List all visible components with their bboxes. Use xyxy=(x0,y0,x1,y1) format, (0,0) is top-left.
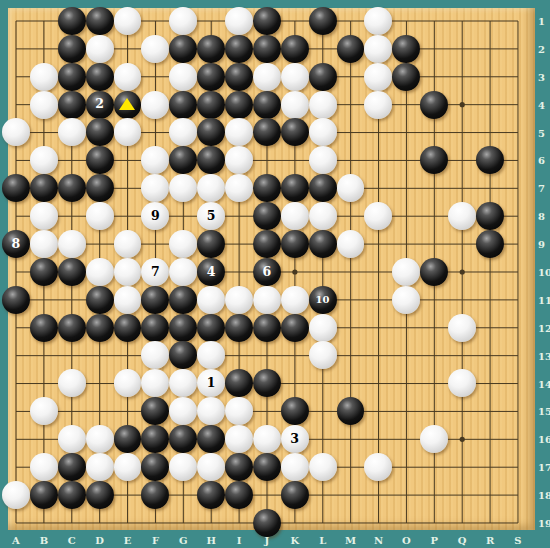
intersection-Q7[interactable] xyxy=(448,174,476,202)
intersection-N1[interactable] xyxy=(364,7,392,35)
intersection-O19[interactable] xyxy=(392,509,420,537)
intersection-H8[interactable]: 5 xyxy=(197,202,225,230)
black-stone[interactable] xyxy=(169,425,197,453)
intersection-S3[interactable] xyxy=(504,63,532,91)
black-stone[interactable] xyxy=(253,369,281,397)
white-stone[interactable] xyxy=(364,7,392,35)
intersection-P16[interactable] xyxy=(420,425,448,453)
white-stone[interactable] xyxy=(197,453,225,481)
black-stone[interactable] xyxy=(281,481,309,509)
intersection-L9[interactable] xyxy=(309,230,337,258)
intersection-F12[interactable] xyxy=(141,314,169,342)
intersection-M15[interactable] xyxy=(337,397,365,425)
intersection-F19[interactable] xyxy=(141,509,169,537)
white-stone[interactable] xyxy=(169,7,197,35)
intersection-M10[interactable] xyxy=(337,258,365,286)
intersection-G18[interactable] xyxy=(169,481,197,509)
white-stone[interactable] xyxy=(141,91,169,119)
intersection-A1[interactable] xyxy=(2,7,30,35)
white-stone[interactable] xyxy=(86,425,114,453)
intersection-O14[interactable] xyxy=(392,369,420,397)
black-stone[interactable] xyxy=(281,314,309,342)
intersection-A11[interactable] xyxy=(2,286,30,314)
black-stone[interactable] xyxy=(30,481,58,509)
intersection-K1[interactable] xyxy=(281,7,309,35)
intersection-K10[interactable] xyxy=(281,258,309,286)
intersection-F10[interactable]: 7 xyxy=(141,258,169,286)
white-stone[interactable] xyxy=(169,397,197,425)
intersection-O17[interactable] xyxy=(392,453,420,481)
white-stone[interactable] xyxy=(2,118,30,146)
black-stone[interactable] xyxy=(114,425,142,453)
intersection-I19[interactable] xyxy=(225,509,253,537)
intersection-K5[interactable] xyxy=(281,119,309,147)
intersection-S13[interactable] xyxy=(504,342,532,370)
black-stone[interactable]: 8 xyxy=(2,230,30,258)
intersection-G14[interactable] xyxy=(169,369,197,397)
intersection-H12[interactable] xyxy=(197,314,225,342)
intersection-P3[interactable] xyxy=(420,63,448,91)
black-stone[interactable] xyxy=(309,7,337,35)
intersection-O13[interactable] xyxy=(392,342,420,370)
intersection-J16[interactable] xyxy=(253,425,281,453)
black-stone[interactable] xyxy=(225,369,253,397)
black-stone[interactable] xyxy=(58,35,86,63)
intersection-P4[interactable] xyxy=(420,91,448,119)
white-stone[interactable] xyxy=(58,118,86,146)
intersection-I17[interactable] xyxy=(225,453,253,481)
white-stone[interactable] xyxy=(114,7,142,35)
intersection-M17[interactable] xyxy=(337,453,365,481)
intersection-J4[interactable] xyxy=(253,91,281,119)
white-stone[interactable] xyxy=(309,118,337,146)
intersection-O9[interactable] xyxy=(392,230,420,258)
white-stone[interactable] xyxy=(197,397,225,425)
intersection-N16[interactable] xyxy=(364,425,392,453)
intersection-S1[interactable] xyxy=(504,7,532,35)
intersection-S15[interactable] xyxy=(504,397,532,425)
intersection-C1[interactable] xyxy=(58,7,86,35)
intersection-R12[interactable] xyxy=(476,314,504,342)
black-stone[interactable]: 2 xyxy=(86,91,114,119)
intersection-R13[interactable] xyxy=(476,342,504,370)
intersection-M6[interactable] xyxy=(337,146,365,174)
white-stone[interactable] xyxy=(169,230,197,258)
intersection-Q6[interactable] xyxy=(448,146,476,174)
intersection-P9[interactable] xyxy=(420,230,448,258)
black-stone[interactable] xyxy=(141,286,169,314)
black-stone[interactable] xyxy=(225,481,253,509)
intersection-O8[interactable] xyxy=(392,202,420,230)
black-stone[interactable] xyxy=(86,7,114,35)
intersection-N18[interactable] xyxy=(364,481,392,509)
intersection-H4[interactable] xyxy=(197,91,225,119)
intersection-N8[interactable] xyxy=(364,202,392,230)
black-stone[interactable] xyxy=(392,35,420,63)
intersection-L19[interactable] xyxy=(309,509,337,537)
intersection-Q15[interactable] xyxy=(448,397,476,425)
black-stone[interactable] xyxy=(197,91,225,119)
intersection-O4[interactable] xyxy=(392,91,420,119)
white-stone[interactable] xyxy=(141,369,169,397)
black-stone[interactable] xyxy=(225,314,253,342)
intersection-Q4[interactable] xyxy=(448,91,476,119)
intersection-M9[interactable] xyxy=(337,230,365,258)
black-stone[interactable] xyxy=(169,35,197,63)
intersection-D19[interactable] xyxy=(86,509,114,537)
intersection-G15[interactable] xyxy=(169,397,197,425)
intersection-L17[interactable] xyxy=(309,453,337,481)
intersection-O5[interactable] xyxy=(392,119,420,147)
intersection-J9[interactable] xyxy=(253,230,281,258)
intersection-J10[interactable]: 6 xyxy=(253,258,281,286)
black-stone[interactable] xyxy=(30,258,58,286)
black-stone[interactable] xyxy=(309,63,337,91)
intersection-A10[interactable] xyxy=(2,258,30,286)
intersection-N14[interactable] xyxy=(364,369,392,397)
intersection-R4[interactable] xyxy=(476,91,504,119)
intersection-H6[interactable] xyxy=(197,146,225,174)
white-stone[interactable] xyxy=(141,35,169,63)
intersection-E4[interactable] xyxy=(114,91,142,119)
intersection-M11[interactable] xyxy=(337,286,365,314)
white-stone[interactable] xyxy=(30,453,58,481)
intersection-A12[interactable] xyxy=(2,314,30,342)
intersection-J13[interactable] xyxy=(253,342,281,370)
intersection-I6[interactable] xyxy=(225,146,253,174)
intersection-J12[interactable] xyxy=(253,314,281,342)
white-stone[interactable] xyxy=(114,118,142,146)
black-stone[interactable] xyxy=(253,35,281,63)
black-stone[interactable] xyxy=(281,118,309,146)
intersection-I8[interactable] xyxy=(225,202,253,230)
intersection-S12[interactable] xyxy=(504,314,532,342)
intersection-E6[interactable] xyxy=(114,146,142,174)
intersection-C5[interactable] xyxy=(58,119,86,147)
intersection-C15[interactable] xyxy=(58,397,86,425)
intersection-A13[interactable] xyxy=(2,342,30,370)
black-stone[interactable] xyxy=(253,202,281,230)
intersection-R11[interactable] xyxy=(476,286,504,314)
intersection-P7[interactable] xyxy=(420,174,448,202)
intersection-Q17[interactable] xyxy=(448,453,476,481)
intersection-P18[interactable] xyxy=(420,481,448,509)
intersection-B2[interactable] xyxy=(30,35,58,63)
intersection-O3[interactable] xyxy=(392,63,420,91)
intersection-H17[interactable] xyxy=(197,453,225,481)
white-stone[interactable] xyxy=(448,314,476,342)
intersection-N3[interactable] xyxy=(364,63,392,91)
intersection-N4[interactable] xyxy=(364,91,392,119)
intersection-O16[interactable] xyxy=(392,425,420,453)
intersection-M2[interactable] xyxy=(337,35,365,63)
intersection-S17[interactable] xyxy=(504,453,532,481)
intersection-R10[interactable] xyxy=(476,258,504,286)
intersection-A14[interactable] xyxy=(2,369,30,397)
black-stone[interactable] xyxy=(420,146,448,174)
intersection-I1[interactable] xyxy=(225,7,253,35)
intersection-M14[interactable] xyxy=(337,369,365,397)
intersection-E9[interactable] xyxy=(114,230,142,258)
intersection-G12[interactable] xyxy=(169,314,197,342)
intersection-L5[interactable] xyxy=(309,119,337,147)
intersection-F3[interactable] xyxy=(141,63,169,91)
intersection-K19[interactable] xyxy=(281,509,309,537)
intersection-H9[interactable] xyxy=(197,230,225,258)
intersection-I4[interactable] xyxy=(225,91,253,119)
intersection-R6[interactable] xyxy=(476,146,504,174)
black-stone[interactable] xyxy=(253,118,281,146)
intersection-M4[interactable] xyxy=(337,91,365,119)
intersection-G2[interactable] xyxy=(169,35,197,63)
black-stone[interactable] xyxy=(141,425,169,453)
intersection-N6[interactable] xyxy=(364,146,392,174)
intersection-I10[interactable] xyxy=(225,258,253,286)
intersection-H14[interactable]: 1 xyxy=(197,369,225,397)
intersection-F1[interactable] xyxy=(141,7,169,35)
intersection-R2[interactable] xyxy=(476,35,504,63)
intersection-O18[interactable] xyxy=(392,481,420,509)
white-stone[interactable] xyxy=(30,63,58,91)
intersection-Q10[interactable] xyxy=(448,258,476,286)
intersection-F11[interactable] xyxy=(141,286,169,314)
white-stone[interactable] xyxy=(225,286,253,314)
intersection-G5[interactable] xyxy=(169,119,197,147)
white-stone[interactable] xyxy=(2,481,30,509)
intersection-E19[interactable] xyxy=(114,509,142,537)
intersection-F9[interactable] xyxy=(141,230,169,258)
intersection-I7[interactable] xyxy=(225,174,253,202)
intersection-Q3[interactable] xyxy=(448,63,476,91)
black-stone[interactable] xyxy=(197,118,225,146)
intersection-M1[interactable] xyxy=(337,7,365,35)
black-stone[interactable] xyxy=(2,286,30,314)
intersection-R1[interactable] xyxy=(476,7,504,35)
intersection-B15[interactable] xyxy=(30,397,58,425)
intersection-K6[interactable] xyxy=(281,146,309,174)
intersection-Q9[interactable] xyxy=(448,230,476,258)
white-stone[interactable] xyxy=(309,341,337,369)
black-stone[interactable] xyxy=(253,314,281,342)
black-stone[interactable] xyxy=(86,118,114,146)
intersection-D3[interactable] xyxy=(86,63,114,91)
black-stone[interactable]: 4 xyxy=(197,258,225,286)
white-stone[interactable] xyxy=(86,202,114,230)
intersection-D6[interactable] xyxy=(86,146,114,174)
intersection-K14[interactable] xyxy=(281,369,309,397)
intersection-A4[interactable] xyxy=(2,91,30,119)
intersection-B14[interactable] xyxy=(30,369,58,397)
intersection-B6[interactable] xyxy=(30,146,58,174)
white-stone[interactable] xyxy=(364,63,392,91)
intersection-P12[interactable] xyxy=(420,314,448,342)
intersection-B13[interactable] xyxy=(30,342,58,370)
white-stone[interactable] xyxy=(253,286,281,314)
intersection-A2[interactable] xyxy=(2,35,30,63)
intersection-G3[interactable] xyxy=(169,63,197,91)
white-stone[interactable] xyxy=(141,146,169,174)
intersection-D7[interactable] xyxy=(86,174,114,202)
black-stone[interactable] xyxy=(225,63,253,91)
black-stone[interactable] xyxy=(197,481,225,509)
intersection-M16[interactable] xyxy=(337,425,365,453)
intersection-P1[interactable] xyxy=(420,7,448,35)
black-stone[interactable] xyxy=(86,63,114,91)
intersection-A17[interactable] xyxy=(2,453,30,481)
white-stone[interactable] xyxy=(169,174,197,202)
intersection-B11[interactable] xyxy=(30,286,58,314)
intersection-F15[interactable] xyxy=(141,397,169,425)
intersection-P10[interactable] xyxy=(420,258,448,286)
intersection-F16[interactable] xyxy=(141,425,169,453)
intersection-S4[interactable] xyxy=(504,91,532,119)
intersection-M18[interactable] xyxy=(337,481,365,509)
intersection-F4[interactable] xyxy=(141,91,169,119)
black-stone[interactable] xyxy=(197,425,225,453)
black-stone[interactable] xyxy=(169,314,197,342)
intersection-N13[interactable] xyxy=(364,342,392,370)
black-stone[interactable] xyxy=(392,63,420,91)
intersection-K12[interactable] xyxy=(281,314,309,342)
black-stone[interactable] xyxy=(169,341,197,369)
intersection-L18[interactable] xyxy=(309,481,337,509)
intersection-H18[interactable] xyxy=(197,481,225,509)
intersection-I3[interactable] xyxy=(225,63,253,91)
intersection-E10[interactable] xyxy=(114,258,142,286)
black-stone[interactable] xyxy=(141,314,169,342)
intersection-G1[interactable] xyxy=(169,7,197,35)
intersection-R9[interactable] xyxy=(476,230,504,258)
black-stone[interactable] xyxy=(141,481,169,509)
black-stone[interactable] xyxy=(253,230,281,258)
intersection-D15[interactable] xyxy=(86,397,114,425)
intersection-I18[interactable] xyxy=(225,481,253,509)
intersection-N12[interactable] xyxy=(364,314,392,342)
intersection-S14[interactable] xyxy=(504,369,532,397)
intersection-E7[interactable] xyxy=(114,174,142,202)
white-stone[interactable] xyxy=(364,202,392,230)
white-stone[interactable] xyxy=(448,202,476,230)
intersection-C10[interactable] xyxy=(58,258,86,286)
intersection-L1[interactable] xyxy=(309,7,337,35)
white-stone[interactable] xyxy=(141,174,169,202)
intersection-C8[interactable] xyxy=(58,202,86,230)
intersection-E14[interactable] xyxy=(114,369,142,397)
intersection-F18[interactable] xyxy=(141,481,169,509)
intersection-G16[interactable] xyxy=(169,425,197,453)
intersection-R17[interactable] xyxy=(476,453,504,481)
intersection-C3[interactable] xyxy=(58,63,86,91)
intersection-S5[interactable] xyxy=(504,119,532,147)
intersection-R5[interactable] xyxy=(476,119,504,147)
intersection-P6[interactable] xyxy=(420,146,448,174)
intersection-G4[interactable] xyxy=(169,91,197,119)
intersection-A8[interactable] xyxy=(2,202,30,230)
intersection-B19[interactable] xyxy=(30,509,58,537)
intersection-B4[interactable] xyxy=(30,91,58,119)
intersection-R16[interactable] xyxy=(476,425,504,453)
intersection-D4[interactable]: 2 xyxy=(86,91,114,119)
intersection-R19[interactable] xyxy=(476,509,504,537)
intersection-J7[interactable] xyxy=(253,174,281,202)
white-stone[interactable] xyxy=(253,425,281,453)
intersection-R14[interactable] xyxy=(476,369,504,397)
intersection-C16[interactable] xyxy=(58,425,86,453)
white-stone[interactable] xyxy=(448,369,476,397)
white-stone[interactable] xyxy=(225,425,253,453)
intersection-R3[interactable] xyxy=(476,63,504,91)
black-stone[interactable] xyxy=(281,230,309,258)
intersection-B1[interactable] xyxy=(30,7,58,35)
intersection-P8[interactable] xyxy=(420,202,448,230)
black-stone[interactable] xyxy=(253,91,281,119)
white-stone[interactable] xyxy=(30,146,58,174)
intersection-K3[interactable] xyxy=(281,63,309,91)
white-stone[interactable] xyxy=(114,63,142,91)
intersection-L16[interactable] xyxy=(309,425,337,453)
intersection-N19[interactable] xyxy=(364,509,392,537)
intersection-B18[interactable] xyxy=(30,481,58,509)
intersection-O12[interactable] xyxy=(392,314,420,342)
intersection-N2[interactable] xyxy=(364,35,392,63)
black-stone[interactable] xyxy=(225,91,253,119)
intersection-H7[interactable] xyxy=(197,174,225,202)
white-stone[interactable] xyxy=(392,286,420,314)
black-stone[interactable] xyxy=(30,174,58,202)
black-stone[interactable] xyxy=(281,174,309,202)
intersection-M13[interactable] xyxy=(337,342,365,370)
intersection-N11[interactable] xyxy=(364,286,392,314)
intersection-K7[interactable] xyxy=(281,174,309,202)
intersection-S8[interactable] xyxy=(504,202,532,230)
black-stone[interactable] xyxy=(420,258,448,286)
black-stone[interactable] xyxy=(141,453,169,481)
intersection-C13[interactable] xyxy=(58,342,86,370)
intersection-O2[interactable] xyxy=(392,35,420,63)
intersection-F8[interactable]: 9 xyxy=(141,202,169,230)
white-stone[interactable] xyxy=(114,230,142,258)
intersection-S16[interactable] xyxy=(504,425,532,453)
intersection-G13[interactable] xyxy=(169,342,197,370)
black-stone[interactable] xyxy=(114,91,142,119)
intersection-F5[interactable] xyxy=(141,119,169,147)
intersection-I12[interactable] xyxy=(225,314,253,342)
intersection-B9[interactable] xyxy=(30,230,58,258)
intersection-Q19[interactable] xyxy=(448,509,476,537)
intersection-B17[interactable] xyxy=(30,453,58,481)
intersection-O6[interactable] xyxy=(392,146,420,174)
intersection-R7[interactable] xyxy=(476,174,504,202)
intersection-J19[interactable] xyxy=(253,509,281,537)
black-stone[interactable] xyxy=(476,202,504,230)
intersection-N10[interactable] xyxy=(364,258,392,286)
intersection-C6[interactable] xyxy=(58,146,86,174)
intersection-S11[interactable] xyxy=(504,286,532,314)
white-stone[interactable] xyxy=(30,202,58,230)
black-stone[interactable] xyxy=(114,314,142,342)
white-stone[interactable] xyxy=(225,146,253,174)
intersection-I14[interactable] xyxy=(225,369,253,397)
intersection-A18[interactable] xyxy=(2,481,30,509)
intersection-P15[interactable] xyxy=(420,397,448,425)
intersection-C2[interactable] xyxy=(58,35,86,63)
intersection-I2[interactable] xyxy=(225,35,253,63)
intersection-J3[interactable] xyxy=(253,63,281,91)
intersection-G8[interactable] xyxy=(169,202,197,230)
intersection-P14[interactable] xyxy=(420,369,448,397)
intersection-A9[interactable]: 8 xyxy=(2,230,30,258)
white-stone[interactable] xyxy=(197,286,225,314)
